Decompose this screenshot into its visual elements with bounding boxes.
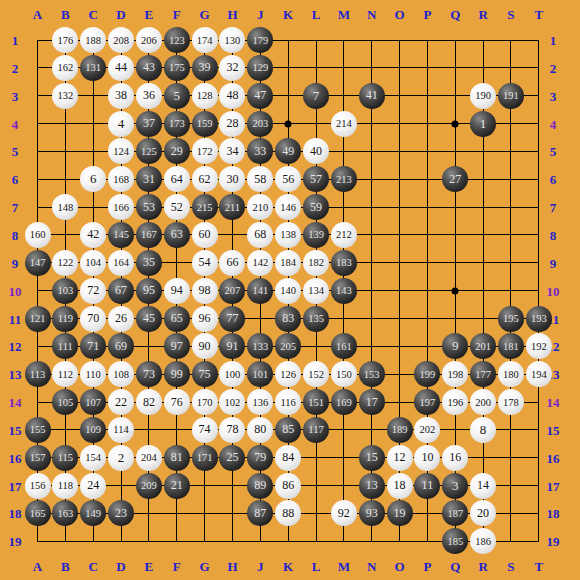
move-number: 156: [30, 480, 46, 491]
move-number: 195: [503, 313, 519, 324]
black-stone-H16: 25: [219, 445, 245, 471]
move-number: 155: [30, 424, 46, 435]
column-label-bottom: E: [145, 560, 154, 573]
move-number: 68: [254, 227, 266, 242]
move-number: 99: [171, 367, 183, 382]
move-number: 170: [197, 397, 213, 408]
white-stone-G12: 90: [192, 333, 218, 359]
move-number: 88: [282, 506, 294, 521]
column-label-bottom: N: [367, 560, 376, 573]
black-stone-F4: 173: [164, 111, 190, 137]
black-stone-E4: 37: [136, 111, 162, 137]
move-number: 183: [336, 257, 352, 268]
move-number: 75: [199, 367, 211, 382]
move-number: 131: [85, 62, 101, 73]
move-number: 98: [199, 283, 211, 298]
black-stone-J3: 47: [247, 83, 273, 109]
white-stone-L9: 182: [303, 250, 329, 276]
move-number: 97: [171, 339, 183, 354]
white-stone-O17: 18: [387, 473, 413, 499]
move-number: 21: [171, 478, 183, 493]
column-label-bottom: T: [534, 560, 543, 573]
column-label-bottom: O: [394, 560, 404, 573]
move-number: 81: [171, 450, 183, 465]
black-stone-G16: 171: [192, 445, 218, 471]
white-stone-R14: 200: [470, 389, 496, 415]
move-number: 164: [113, 257, 129, 268]
move-number: 9: [452, 338, 459, 354]
row-label-right: 1: [550, 34, 557, 47]
move-number: 213: [336, 174, 352, 185]
white-stone-H4: 28: [219, 111, 245, 137]
row-label-left: 16: [9, 451, 22, 464]
column-label-bottom: C: [88, 560, 97, 573]
black-stone-M12: 161: [331, 333, 357, 359]
black-stone-D12: 69: [108, 333, 134, 359]
black-stone-N18: 93: [359, 500, 385, 526]
white-stone-B2: 162: [52, 55, 78, 81]
white-stone-P16: 10: [414, 445, 440, 471]
move-number: 116: [280, 397, 295, 408]
white-stone-D4: 4: [108, 111, 134, 137]
move-number: 126: [280, 369, 296, 380]
grid-line-vertical: [538, 40, 539, 542]
white-stone-R3: 190: [470, 83, 496, 109]
white-stone-R15: 8: [470, 417, 496, 443]
white-stone-Q13: 198: [442, 361, 468, 387]
black-stone-N17: 13: [359, 473, 385, 499]
move-number: 77: [226, 311, 238, 326]
move-number: 94: [171, 283, 183, 298]
black-stone-N13: 153: [359, 361, 385, 387]
black-stone-M9: 183: [331, 250, 357, 276]
white-stone-G10: 98: [192, 278, 218, 304]
move-number: 36: [143, 88, 155, 103]
column-label-bottom: M: [338, 560, 350, 573]
move-number: 157: [30, 452, 46, 463]
black-stone-J12: 133: [247, 333, 273, 359]
grid-line-vertical: [510, 40, 511, 542]
column-label-bottom: P: [423, 560, 431, 573]
black-stone-F11: 65: [164, 306, 190, 332]
move-number: 42: [87, 227, 99, 242]
white-stone-C6: 6: [80, 166, 106, 192]
white-stone-R17: 14: [470, 473, 496, 499]
move-number: 203: [252, 118, 268, 129]
column-label-top: P: [423, 8, 431, 21]
black-stone-O18: 19: [387, 500, 413, 526]
black-stone-C18: 149: [80, 500, 106, 526]
move-number: 96: [199, 311, 211, 326]
move-number: 146: [280, 202, 296, 213]
column-label-bottom: B: [61, 560, 70, 573]
move-number: 182: [308, 257, 324, 268]
move-number: 56: [282, 172, 294, 187]
move-number: 162: [57, 62, 73, 73]
row-label-left: 9: [12, 256, 19, 269]
move-number: 23: [115, 506, 127, 521]
row-label-left: 18: [9, 507, 22, 520]
black-stone-J2: 129: [247, 55, 273, 81]
move-number: 161: [336, 341, 352, 352]
black-stone-M10: 143: [331, 278, 357, 304]
black-stone-Q18: 187: [442, 500, 468, 526]
move-number: 102: [225, 397, 241, 408]
white-stone-K14: 116: [275, 389, 301, 415]
move-number: 163: [57, 508, 73, 519]
move-number: 197: [420, 397, 436, 408]
move-number: 200: [475, 397, 491, 408]
black-stone-N16: 15: [359, 445, 385, 471]
move-number: 159: [197, 118, 213, 129]
star-point: [452, 120, 459, 127]
row-label-left: 4: [12, 117, 19, 130]
white-stone-T12: 192: [526, 333, 552, 359]
black-stone-E2: 43: [136, 55, 162, 81]
move-number: 71: [87, 339, 99, 354]
row-label-right: 9: [550, 256, 557, 269]
move-number: 47: [254, 88, 266, 103]
white-stone-J8: 68: [247, 222, 273, 248]
move-number: 125: [141, 146, 157, 157]
white-stone-H9: 66: [219, 250, 245, 276]
column-label-bottom: F: [173, 560, 181, 573]
white-stone-E14: 82: [136, 389, 162, 415]
move-number: 7: [313, 88, 320, 104]
move-number: 190: [475, 90, 491, 101]
white-stone-J15: 80: [247, 417, 273, 443]
move-number: 198: [447, 369, 463, 380]
column-label-top: M: [338, 8, 350, 21]
white-stone-K17: 86: [275, 473, 301, 499]
column-label-bottom: G: [200, 560, 210, 573]
move-number: 111: [58, 341, 73, 352]
move-number: 69: [115, 339, 127, 354]
column-label-top: Q: [450, 8, 460, 21]
white-stone-H6: 30: [219, 166, 245, 192]
white-stone-K18: 88: [275, 500, 301, 526]
black-stone-L6: 57: [303, 166, 329, 192]
move-number: 70: [87, 311, 99, 326]
move-number: 14: [477, 478, 489, 493]
move-number: 54: [199, 255, 211, 270]
move-number: 15: [366, 450, 378, 465]
row-label-right: 14: [547, 396, 560, 409]
move-number: 19: [394, 506, 406, 521]
column-label-top: O: [394, 8, 404, 21]
row-label-right: 17: [547, 479, 560, 492]
move-number: 119: [58, 313, 73, 324]
column-label-top: T: [534, 8, 543, 21]
move-number: 49: [282, 144, 294, 159]
move-number: 205: [280, 341, 296, 352]
move-number: 35: [143, 255, 155, 270]
move-number: 72: [87, 283, 99, 298]
black-stone-E11: 45: [136, 306, 162, 332]
black-stone-N3: 41: [359, 83, 385, 109]
move-number: 28: [226, 116, 238, 131]
move-number: 153: [364, 369, 380, 380]
white-stone-L5: 40: [303, 138, 329, 164]
black-stone-L14: 151: [303, 389, 329, 415]
white-stone-E3: 36: [136, 83, 162, 109]
move-number: 138: [280, 229, 296, 240]
white-stone-C11: 70: [80, 306, 106, 332]
move-number: 140: [280, 285, 296, 296]
move-number: 34: [226, 144, 238, 159]
move-number: 95: [143, 283, 155, 298]
move-number: 132: [57, 90, 73, 101]
move-number: 123: [169, 35, 185, 46]
move-number: 178: [503, 397, 519, 408]
black-stone-F8: 63: [164, 222, 190, 248]
row-label-left: 12: [9, 340, 22, 353]
white-stone-J14: 136: [247, 389, 273, 415]
move-number: 8: [480, 422, 487, 438]
move-number: 193: [531, 313, 547, 324]
black-stone-A13: 113: [25, 361, 51, 387]
white-stone-L10: 134: [303, 278, 329, 304]
white-stone-Q16: 16: [442, 445, 468, 471]
black-stone-L3: 7: [303, 83, 329, 109]
white-stone-A17: 156: [25, 473, 51, 499]
move-number: 79: [254, 450, 266, 465]
white-stone-B17: 118: [52, 473, 78, 499]
column-label-bottom: K: [283, 560, 293, 573]
column-label-bottom: J: [257, 560, 264, 573]
white-stone-F10: 94: [164, 278, 190, 304]
row-label-left: 1: [12, 34, 19, 47]
move-number: 44: [115, 60, 127, 75]
move-number: 33: [254, 144, 266, 159]
move-number: 212: [336, 229, 352, 240]
move-number: 17: [366, 395, 378, 410]
black-stone-T11: 193: [526, 306, 552, 332]
column-label-top: N: [367, 8, 376, 21]
move-number: 11: [422, 478, 434, 493]
white-stone-K13: 126: [275, 361, 301, 387]
white-stone-G3: 128: [192, 83, 218, 109]
move-number: 22: [115, 395, 127, 410]
move-number: 12: [394, 450, 406, 465]
move-number: 149: [85, 508, 101, 519]
black-stone-A9: 147: [25, 250, 51, 276]
column-label-top: G: [200, 8, 210, 21]
move-number: 207: [225, 285, 241, 296]
black-stone-K12: 205: [275, 333, 301, 359]
white-stone-C1: 188: [80, 27, 106, 53]
move-number: 84: [282, 450, 294, 465]
move-number: 184: [280, 257, 296, 268]
move-number: 199: [420, 369, 436, 380]
row-label-left: 5: [12, 145, 19, 158]
move-number: 172: [197, 146, 213, 157]
row-label-left: 19: [9, 535, 22, 548]
white-stone-P15: 202: [414, 417, 440, 443]
column-label-top: B: [61, 8, 70, 21]
white-stone-G14: 170: [192, 389, 218, 415]
move-number: 122: [57, 257, 73, 268]
move-number: 174: [197, 35, 213, 46]
move-number: 6: [90, 171, 97, 187]
white-stone-S14: 178: [498, 389, 524, 415]
white-stone-C16: 154: [80, 445, 106, 471]
black-stone-K11: 83: [275, 306, 301, 332]
move-number: 78: [226, 422, 238, 437]
column-label-top: F: [173, 8, 181, 21]
white-stone-D13: 108: [108, 361, 134, 387]
move-number: 188: [85, 35, 101, 46]
black-stone-F3: 5: [164, 83, 190, 109]
white-stone-M8: 212: [331, 222, 357, 248]
white-stone-H15: 78: [219, 417, 245, 443]
move-number: 215: [197, 202, 213, 213]
white-stone-H13: 100: [219, 361, 245, 387]
move-number: 186: [475, 536, 491, 547]
move-number: 92: [338, 506, 350, 521]
white-stone-D5: 124: [108, 138, 134, 164]
move-number: 91: [226, 339, 238, 354]
white-stone-G8: 60: [192, 222, 218, 248]
black-stone-D10: 67: [108, 278, 134, 304]
column-label-bottom: H: [227, 560, 237, 573]
white-stone-K7: 146: [275, 194, 301, 220]
move-number: 112: [58, 369, 73, 380]
black-stone-B12: 111: [52, 333, 78, 359]
white-stone-D14: 22: [108, 389, 134, 415]
white-stone-M13: 150: [331, 361, 357, 387]
move-number: 65: [171, 311, 183, 326]
white-stone-D2: 44: [108, 55, 134, 81]
black-stone-O15: 189: [387, 417, 413, 443]
move-number: 151: [308, 397, 324, 408]
black-stone-P13: 199: [414, 361, 440, 387]
black-stone-G4: 159: [192, 111, 218, 137]
move-number: 87: [254, 506, 266, 521]
move-number: 58: [254, 172, 266, 187]
move-number: 25: [226, 450, 238, 465]
white-stone-E1: 206: [136, 27, 162, 53]
move-number: 143: [336, 285, 352, 296]
move-number: 64: [171, 172, 183, 187]
black-stone-F12: 97: [164, 333, 190, 359]
white-stone-G15: 74: [192, 417, 218, 443]
row-label-right: 2: [550, 61, 557, 74]
white-stone-D11: 26: [108, 306, 134, 332]
white-stone-C8: 42: [80, 222, 106, 248]
black-stone-H12: 91: [219, 333, 245, 359]
white-stone-G1: 174: [192, 27, 218, 53]
move-number: 129: [252, 62, 268, 73]
white-stone-T13: 194: [526, 361, 552, 387]
column-label-top: E: [145, 8, 154, 21]
move-number: 103: [57, 285, 73, 296]
black-stone-F1: 123: [164, 27, 190, 53]
move-number: 41: [366, 88, 378, 103]
move-number: 209: [141, 480, 157, 491]
white-stone-H1: 130: [219, 27, 245, 53]
black-stone-E6: 31: [136, 166, 162, 192]
move-number: 166: [113, 202, 129, 213]
move-number: 173: [169, 118, 185, 129]
move-number: 204: [141, 452, 157, 463]
row-label-left: 3: [12, 89, 19, 102]
move-number: 118: [58, 480, 73, 491]
star-point: [452, 287, 459, 294]
row-label-right: 18: [547, 507, 560, 520]
row-label-right: 15: [547, 423, 560, 436]
black-stone-R4: 1: [470, 111, 496, 137]
move-number: 109: [85, 424, 101, 435]
black-stone-B18: 163: [52, 500, 78, 526]
row-label-left: 10: [9, 284, 22, 297]
black-stone-F16: 81: [164, 445, 190, 471]
black-stone-J18: 87: [247, 500, 273, 526]
row-label-right: 5: [550, 145, 557, 158]
move-number: 63: [171, 227, 183, 242]
row-label-right: 7: [550, 201, 557, 214]
white-stone-M4: 214: [331, 111, 357, 137]
white-stone-S13: 180: [498, 361, 524, 387]
black-stone-E5: 125: [136, 138, 162, 164]
black-stone-Q17: 3: [442, 473, 468, 499]
move-number: 196: [447, 397, 463, 408]
move-number: 148: [57, 202, 73, 213]
black-stone-G13: 75: [192, 361, 218, 387]
white-stone-C13: 110: [80, 361, 106, 387]
move-number: 16: [449, 450, 461, 465]
black-stone-L7: 59: [303, 194, 329, 220]
black-stone-E8: 167: [136, 222, 162, 248]
move-number: 52: [171, 200, 183, 215]
column-label-top: K: [283, 8, 293, 21]
white-stone-D7: 166: [108, 194, 134, 220]
move-number: 13: [366, 478, 378, 493]
black-stone-F13: 99: [164, 361, 190, 387]
move-number: 191: [503, 90, 519, 101]
black-stone-Q6: 27: [442, 166, 468, 192]
move-number: 45: [143, 311, 155, 326]
move-number: 83: [282, 311, 294, 326]
black-stone-M6: 213: [331, 166, 357, 192]
move-number: 60: [199, 227, 211, 242]
column-label-top: R: [478, 8, 487, 21]
column-label-top: D: [116, 8, 125, 21]
column-label-top: J: [257, 8, 264, 21]
white-stone-R18: 20: [470, 500, 496, 526]
white-stone-K8: 138: [275, 222, 301, 248]
move-number: 57: [310, 172, 322, 187]
move-number: 4: [118, 116, 125, 132]
move-number: 117: [308, 424, 323, 435]
move-number: 24: [87, 478, 99, 493]
move-number: 154: [85, 452, 101, 463]
black-stone-F5: 29: [164, 138, 190, 164]
move-number: 37: [143, 116, 155, 131]
move-number: 20: [477, 506, 489, 521]
move-number: 5: [174, 88, 181, 104]
move-number: 214: [336, 118, 352, 129]
white-stone-H3: 48: [219, 83, 245, 109]
move-number: 104: [85, 257, 101, 268]
black-stone-B10: 103: [52, 278, 78, 304]
move-number: 181: [503, 341, 519, 352]
black-stone-B16: 115: [52, 445, 78, 471]
black-stone-H11: 77: [219, 306, 245, 332]
white-stone-H2: 32: [219, 55, 245, 81]
black-stone-A15: 155: [25, 417, 51, 443]
white-stone-H5: 34: [219, 138, 245, 164]
